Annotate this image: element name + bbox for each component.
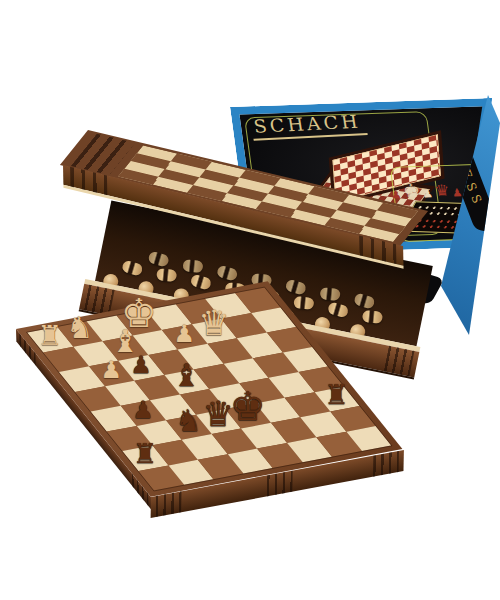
box-art-piece: ♛: [434, 183, 451, 199]
box-title: SCHACH: [250, 110, 368, 140]
groove-decoration: [156, 491, 182, 517]
groove-decoration: [384, 346, 415, 377]
box-art-piece: ♟: [451, 187, 463, 198]
stored-piece: [320, 287, 341, 301]
stored-piece: [182, 259, 203, 273]
stored-piece: [362, 310, 383, 324]
stored-piece: [156, 268, 177, 282]
box-art-piece: ♚: [402, 182, 421, 200]
product-photo-scene: SCHACH ♟♚♟♛♟♞♟ CHESS ◈: [0, 0, 500, 600]
box-art-piece: ♟: [390, 189, 402, 200]
box-art-piece: ♟: [422, 188, 434, 199]
stored-piece: [293, 296, 314, 310]
groove-decoration: [373, 451, 399, 477]
groove-decoration: [267, 471, 293, 497]
